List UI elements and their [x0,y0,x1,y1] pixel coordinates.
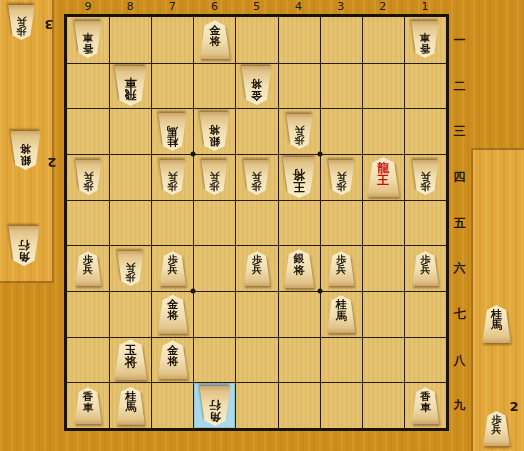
cell-8-6[interactable]: 歩兵 [109,245,151,291]
piece-face: 龍王 [366,157,401,197]
cell-9-3[interactable] [67,108,109,154]
piece-face: 歩兵 [327,251,356,286]
cell-9-4[interactable]: 歩兵 [67,154,109,200]
cell-4-3[interactable]: 歩兵 [278,108,320,154]
rank-label-5: 五 [451,215,468,231]
piece-kanji: 飛 [125,89,137,101]
piece-face: 歩兵 [158,160,187,195]
cell-3-8[interactable] [320,337,362,383]
cell-3-6[interactable]: 歩兵 [320,245,362,291]
rank-label-7: 七 [451,306,468,322]
piece-kanji: 将 [294,265,305,276]
gote-hand-silver[interactable]: 銀将 [9,131,42,170]
piece-kanji: 金 [251,90,262,101]
file-label-4: 4 [291,0,307,13]
piece-face: 王将 [281,157,317,198]
cell-5-8[interactable] [235,337,277,383]
file-label-5: 5 [249,0,265,13]
rank-label-1: 一 [451,32,468,48]
piece-face: 金将 [240,66,273,105]
file-label-8: 8 [122,0,138,13]
cell-7-7[interactable]: 金将 [151,291,193,337]
piece-face: 金将 [156,340,189,379]
piece-kanji: 行 [18,238,30,250]
cell-5-5[interactable] [235,200,277,246]
piece-kanji: 兵 [17,16,27,26]
piece-gote-pawn-54[interactable]: 歩兵 [242,160,271,195]
sente-hand-knight[interactable]: 桂馬 [481,305,512,343]
piece-gote-pawn-64[interactable]: 歩兵 [200,160,229,195]
cell-6-8[interactable] [193,337,235,383]
piece-sente-knight-89[interactable]: 桂馬 [115,387,146,425]
piece-face: 玉将 [113,339,149,380]
cell-1-2[interactable] [404,63,446,109]
piece-kanji: 兵 [492,425,502,435]
cell-4-4[interactable]: 王将 [278,154,320,200]
piece-gote-bishop-69[interactable]: 角行 [198,386,232,426]
rank-label-8: 八 [451,352,468,368]
cell-6-2[interactable] [193,63,235,109]
cell-6-1[interactable]: 金将 [193,17,235,63]
cell-2-3[interactable] [362,108,404,154]
cell-2-7[interactable] [362,291,404,337]
piece-kanji: 馬 [491,320,502,331]
cell-4-8[interactable] [278,337,320,383]
piece-face: 銀将 [9,131,42,170]
piece-face: 飛車 [113,66,148,106]
cell-8-7[interactable] [109,291,151,337]
gote-hand-count-pawn: 3 [42,16,56,32]
piece-face: 角行 [198,386,232,426]
cell-1-3[interactable] [404,108,446,154]
cell-7-6[interactable]: 歩兵 [151,245,193,291]
cell-2-1[interactable] [362,17,404,63]
piece-face: 歩兵 [482,411,511,446]
piece-face: 歩兵 [7,5,36,40]
cell-4-2[interactable] [278,63,320,109]
piece-kanji: 車 [83,33,94,44]
piece-kanji: 兵 [336,171,346,181]
piece-kanji: 車 [83,402,94,413]
piece-sente-gold-77[interactable]: 金将 [156,295,189,334]
piece-kanji: 兵 [420,265,430,275]
cell-8-4[interactable] [109,154,151,200]
cell-3-9[interactable] [320,382,362,428]
cell-2-6[interactable] [362,245,404,291]
piece-kanji: 将 [125,356,137,368]
cell-1-6[interactable]: 歩兵 [404,245,446,291]
cell-2-8[interactable] [362,337,404,383]
cell-9-1[interactable]: 香車 [67,17,109,63]
rank-label-6: 六 [451,260,468,276]
piece-gote-gold-52[interactable]: 金将 [240,66,273,105]
piece-gote-king-44[interactable]: 王将 [281,157,317,198]
piece-face: 桂馬 [326,295,357,333]
piece-kanji: 車 [125,77,137,89]
piece-kanji: 歩 [420,181,430,191]
cell-5-9[interactable] [235,382,277,428]
piece-kanji: 銀 [20,155,31,166]
rank-label-3: 三 [451,123,468,139]
piece-kanji: 車 [420,33,431,44]
cell-1-9[interactable]: 香車 [404,382,446,428]
piece-face: 歩兵 [242,160,271,195]
rank-label-2: 二 [451,78,468,94]
cell-6-9[interactable]: 角行 [193,382,235,428]
shogi-board: 香車金将香車飛車金将桂馬銀将歩兵歩兵歩兵歩兵歩兵王将歩兵龍王歩兵歩兵歩兵歩兵歩兵… [64,14,449,431]
piece-sente-lance-19[interactable]: 香車 [410,387,440,424]
cell-2-4[interactable]: 龍王 [362,154,404,200]
cell-5-1[interactable] [235,17,277,63]
piece-sente-dragon-24[interactable]: 龍王 [366,157,401,197]
cell-1-4[interactable]: 歩兵 [404,154,446,200]
piece-kanji: 兵 [210,171,220,181]
cell-7-8[interactable]: 金将 [151,337,193,383]
piece-gote-pawn-74[interactable]: 歩兵 [158,160,187,195]
piece-face: 桂馬 [115,387,146,425]
piece-kanji: 兵 [83,265,93,275]
piece-face: 香車 [73,387,103,424]
piece-gote-silver-63[interactable]: 銀将 [198,112,231,151]
cell-8-1[interactable] [109,17,151,63]
piece-face: 歩兵 [158,251,187,286]
cell-7-9[interactable] [151,382,193,428]
cell-4-7[interactable] [278,291,320,337]
cell-1-1[interactable]: 香車 [404,17,446,63]
piece-kanji: 王 [293,181,305,193]
file-label-3: 3 [333,0,349,13]
cell-1-8[interactable] [404,337,446,383]
piece-gote-pawn-94[interactable]: 歩兵 [74,160,103,195]
cell-3-4[interactable]: 歩兵 [320,154,362,200]
cell-5-7[interactable] [235,291,277,337]
piece-gote-pawn-43[interactable]: 歩兵 [285,114,314,149]
piece-kanji: 兵 [252,265,262,275]
gote-hand-pawn[interactable]: 歩兵 [7,5,36,40]
cell-8-8[interactable]: 玉将 [109,337,151,383]
piece-kanji: 車 [420,402,431,413]
piece-face: 角行 [7,226,41,266]
piece-kanji: 兵 [168,265,178,275]
file-label-7: 7 [164,0,180,13]
file-label-9: 9 [80,0,96,13]
star-point [191,289,196,294]
piece-kanji: 将 [209,36,220,47]
piece-kanji: 将 [209,124,220,135]
piece-kanji: 桂 [167,135,178,146]
cell-8-3[interactable] [109,108,151,154]
gote-captured-tray: 歩兵3銀将2角行 [0,0,54,283]
gote-hand-count-silver: 2 [45,154,59,170]
piece-face: 桂馬 [157,113,188,151]
piece-kanji: 歩 [252,181,262,191]
file-label-1: 1 [417,0,433,13]
cell-6-7[interactable] [193,291,235,337]
cell-9-9[interactable]: 香車 [67,382,109,428]
cell-4-9[interactable] [278,382,320,428]
piece-gote-rook-82[interactable]: 飛車 [113,66,148,106]
sente-hand-pawn[interactable]: 歩兵 [482,411,511,446]
piece-kanji: 馬 [167,124,178,135]
piece-gote-pawn-34[interactable]: 歩兵 [327,160,356,195]
cell-9-2[interactable] [67,63,109,109]
piece-gote-pawn-86[interactable]: 歩兵 [116,251,145,286]
cell-6-6[interactable] [193,245,235,291]
piece-kanji: 兵 [168,171,178,181]
cell-3-1[interactable] [320,17,362,63]
piece-face: 金将 [156,295,189,334]
piece-face: 歩兵 [285,114,314,149]
star-point [191,152,196,157]
piece-face: 銀将 [283,249,316,288]
cell-3-3[interactable] [320,108,362,154]
piece-kanji: 桂 [336,299,347,310]
cell-8-9[interactable]: 桂馬 [109,382,151,428]
piece-kanji: 歩 [210,181,220,191]
piece-kanji: 将 [20,143,31,154]
star-point [317,289,322,294]
cell-7-3[interactable]: 桂馬 [151,108,193,154]
piece-face: 香車 [73,21,103,58]
cell-9-5[interactable] [67,200,109,246]
piece-face: 歩兵 [327,160,356,195]
cell-6-3[interactable]: 銀将 [193,108,235,154]
piece-sente-silver-46[interactable]: 銀将 [283,249,316,288]
piece-kanji: 将 [251,79,262,90]
piece-sente-pawn-76[interactable]: 歩兵 [158,251,187,286]
piece-gote-lance-91[interactable]: 香車 [73,21,103,58]
piece-face: 桂馬 [481,305,512,343]
cell-9-6[interactable]: 歩兵 [67,245,109,291]
file-label-6: 6 [206,0,222,13]
piece-kanji: 歩 [126,272,136,282]
piece-kanji: 銀 [294,253,305,264]
board-grid: 香車金将香車飛車金将桂馬銀将歩兵歩兵歩兵歩兵歩兵王将歩兵龍王歩兵歩兵歩兵歩兵歩兵… [67,17,446,428]
piece-kanji: 王 [377,174,389,186]
piece-kanji: 歩 [336,181,346,191]
cell-1-5[interactable] [404,200,446,246]
piece-kanji: 歩 [168,181,178,191]
piece-gote-knight-73[interactable]: 桂馬 [157,113,188,151]
piece-sente-knight-37[interactable]: 桂馬 [326,295,357,333]
file-label-2: 2 [375,0,391,13]
cell-5-2[interactable]: 金将 [235,63,277,109]
piece-face: 銀将 [198,112,231,151]
piece-kanji: 兵 [252,171,262,181]
cell-8-2[interactable]: 飛車 [109,63,151,109]
piece-face: 歩兵 [116,251,145,286]
cell-7-1[interactable] [151,17,193,63]
piece-kanji: 行 [209,398,221,410]
shogi-app: 歩兵3銀将2角行 桂馬歩兵2 香車金将香車飛車金将桂馬銀将歩兵歩兵歩兵歩兵歩兵王… [0,0,524,451]
piece-kanji: 兵 [83,171,93,181]
cell-3-2[interactable] [320,63,362,109]
piece-sente-gold-61[interactable]: 金将 [198,20,231,59]
piece-kanji: 歩 [294,135,304,145]
piece-kanji: 将 [293,169,305,181]
piece-sente-pawn-16[interactable]: 歩兵 [411,251,440,286]
piece-kanji: 歩 [17,26,27,36]
cell-9-7[interactable] [67,291,109,337]
cell-5-3[interactable] [235,108,277,154]
piece-kanji: 歩 [83,181,93,191]
cell-7-5[interactable] [151,200,193,246]
piece-kanji: 兵 [126,262,136,272]
rank-label-4: 四 [451,169,468,185]
cell-4-1[interactable] [278,17,320,63]
piece-kanji: 銀 [209,136,220,147]
piece-face: 歩兵 [74,251,103,286]
piece-gote-lance-11[interactable]: 香車 [410,21,440,58]
cell-5-4[interactable]: 歩兵 [235,154,277,200]
piece-kanji: 将 [167,310,178,321]
piece-face: 歩兵 [242,251,271,286]
cell-5-6[interactable]: 歩兵 [235,245,277,291]
cell-4-5[interactable] [278,200,320,246]
cell-6-5[interactable] [193,200,235,246]
piece-face: 歩兵 [411,251,440,286]
piece-sente-king-88[interactable]: 玉将 [113,339,149,380]
piece-kanji: 兵 [336,265,346,275]
sente-captured-tray: 桂馬歩兵2 [471,148,524,451]
piece-kanji: 兵 [420,171,430,181]
cell-2-9[interactable] [362,382,404,428]
rank-label-9: 九 [451,397,468,413]
piece-face: 香車 [410,387,440,424]
gote-hand-bishop[interactable]: 角行 [7,226,41,266]
piece-kanji: 香 [420,44,431,55]
cell-7-2[interactable] [151,63,193,109]
piece-face: 歩兵 [74,160,103,195]
cell-1-7[interactable] [404,291,446,337]
sente-hand-count-pawn: 2 [507,399,521,415]
cell-2-2[interactable] [362,63,404,109]
piece-face: 歩兵 [411,160,440,195]
star-point [317,152,322,157]
piece-sente-lance-99[interactable]: 香車 [73,387,103,424]
piece-kanji: 馬 [125,402,136,413]
cell-8-5[interactable] [109,200,151,246]
piece-sente-gold-78[interactable]: 金将 [156,340,189,379]
cell-6-4[interactable]: 歩兵 [193,154,235,200]
cell-7-4[interactable]: 歩兵 [151,154,193,200]
piece-sente-pawn-36[interactable]: 歩兵 [327,251,356,286]
piece-sente-pawn-56[interactable]: 歩兵 [242,251,271,286]
cell-2-5[interactable] [362,200,404,246]
cell-3-7[interactable]: 桂馬 [320,291,362,337]
piece-face: 金将 [198,20,231,59]
cell-4-6[interactable]: 銀将 [278,245,320,291]
cell-3-5[interactable] [320,200,362,246]
piece-gote-pawn-14[interactable]: 歩兵 [411,160,440,195]
piece-face: 香車 [410,21,440,58]
piece-kanji: 将 [167,356,178,367]
piece-face: 歩兵 [200,160,229,195]
piece-sente-pawn-96[interactable]: 歩兵 [74,251,103,286]
piece-kanji: 香 [83,44,94,55]
piece-kanji: 馬 [336,311,347,322]
piece-kanji: 兵 [294,125,304,135]
cell-9-8[interactable] [67,337,109,383]
